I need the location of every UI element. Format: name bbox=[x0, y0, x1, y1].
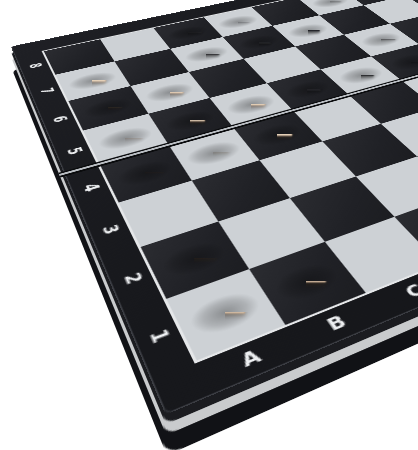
photo-scene: 87654321ABCDEFGH♞♝♛♟♟♟♟♝♟♞♜♟♟♟♟♝♟♚♛♟♞♟♟ bbox=[0, 0, 418, 450]
chess-board: 87654321ABCDEFGH♞♝♛♟♟♟♟♝♟♞♜♟♟♟♟♝♟♚♛♟♞♟♟ bbox=[11, 0, 418, 415]
